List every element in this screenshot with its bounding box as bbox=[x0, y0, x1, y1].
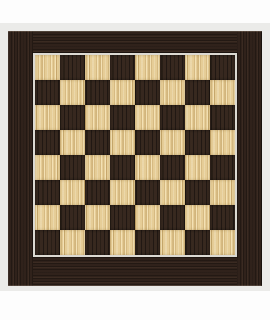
product-photo-page bbox=[0, 0, 270, 320]
square-e3 bbox=[135, 180, 160, 205]
frame-rail-bottom bbox=[8, 257, 262, 286]
square-g5 bbox=[185, 130, 210, 155]
square-g3 bbox=[185, 180, 210, 205]
square-h4 bbox=[210, 155, 235, 180]
square-c7 bbox=[85, 80, 110, 105]
square-g6 bbox=[185, 105, 210, 130]
square-f5 bbox=[160, 130, 185, 155]
board-fillet-line bbox=[33, 53, 237, 257]
square-b8 bbox=[60, 55, 85, 80]
square-d7 bbox=[110, 80, 135, 105]
board-frame bbox=[8, 31, 262, 286]
square-f2 bbox=[160, 205, 185, 230]
square-b7 bbox=[60, 80, 85, 105]
square-g7 bbox=[185, 80, 210, 105]
chess-board bbox=[35, 55, 235, 255]
square-d8 bbox=[110, 55, 135, 80]
square-d2 bbox=[110, 205, 135, 230]
square-g4 bbox=[185, 155, 210, 180]
square-f8 bbox=[160, 55, 185, 80]
square-d4 bbox=[110, 155, 135, 180]
square-g1 bbox=[185, 230, 210, 255]
square-c5 bbox=[85, 130, 110, 155]
square-e6 bbox=[135, 105, 160, 130]
chessboard-photo[interactable] bbox=[0, 23, 270, 291]
square-h7 bbox=[210, 80, 235, 105]
square-h1 bbox=[210, 230, 235, 255]
square-b4 bbox=[60, 155, 85, 180]
square-e1 bbox=[135, 230, 160, 255]
square-g2 bbox=[185, 205, 210, 230]
square-a5 bbox=[35, 130, 60, 155]
square-a7 bbox=[35, 80, 60, 105]
frame-rail-top bbox=[8, 31, 262, 53]
square-a4 bbox=[35, 155, 60, 180]
square-c2 bbox=[85, 205, 110, 230]
square-d3 bbox=[110, 180, 135, 205]
square-b2 bbox=[60, 205, 85, 230]
square-h2 bbox=[210, 205, 235, 230]
square-h3 bbox=[210, 180, 235, 205]
square-b6 bbox=[60, 105, 85, 130]
frame-rail-right bbox=[237, 31, 262, 286]
square-g8 bbox=[185, 55, 210, 80]
square-a8 bbox=[35, 55, 60, 80]
square-f4 bbox=[160, 155, 185, 180]
square-a3 bbox=[35, 180, 60, 205]
square-c1 bbox=[85, 230, 110, 255]
square-e4 bbox=[135, 155, 160, 180]
square-e5 bbox=[135, 130, 160, 155]
square-h6 bbox=[210, 105, 235, 130]
square-c6 bbox=[85, 105, 110, 130]
square-f1 bbox=[160, 230, 185, 255]
square-b5 bbox=[60, 130, 85, 155]
square-b3 bbox=[60, 180, 85, 205]
square-a6 bbox=[35, 105, 60, 130]
square-e7 bbox=[135, 80, 160, 105]
square-h8 bbox=[210, 55, 235, 80]
square-a1 bbox=[35, 230, 60, 255]
square-c3 bbox=[85, 180, 110, 205]
square-c8 bbox=[85, 55, 110, 80]
square-a2 bbox=[35, 205, 60, 230]
square-f6 bbox=[160, 105, 185, 130]
square-f7 bbox=[160, 80, 185, 105]
frame-rail-left bbox=[8, 31, 33, 286]
square-h5 bbox=[210, 130, 235, 155]
square-e2 bbox=[135, 205, 160, 230]
square-d5 bbox=[110, 130, 135, 155]
square-f3 bbox=[160, 180, 185, 205]
square-b1 bbox=[60, 230, 85, 255]
square-d6 bbox=[110, 105, 135, 130]
square-c4 bbox=[85, 155, 110, 180]
square-d1 bbox=[110, 230, 135, 255]
square-e8 bbox=[135, 55, 160, 80]
